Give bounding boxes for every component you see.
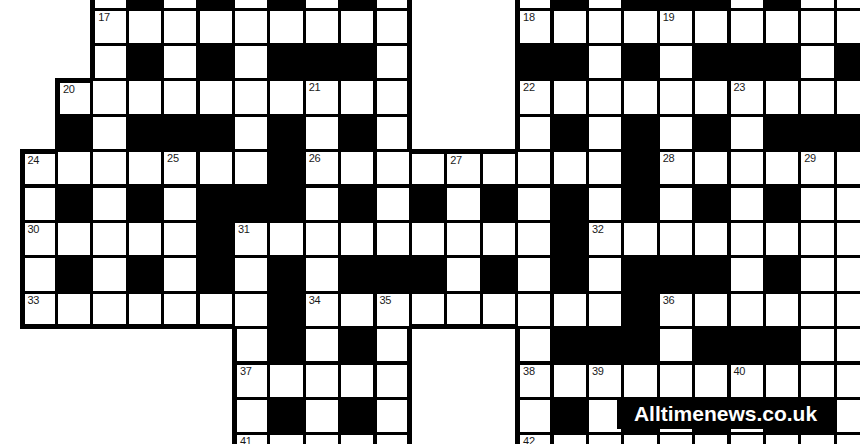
grid-cell[interactable]: [834, 432, 860, 444]
blocked-cell: [692, 326, 730, 364]
grid-cell[interactable]: [586, 8, 624, 46]
grid-cell[interactable]: [621, 78, 659, 116]
grid-cell[interactable]: [232, 78, 270, 116]
grid-cell[interactable]: 42: [515, 432, 553, 444]
grid-cell[interactable]: [232, 114, 270, 152]
blocked-cell: [126, 185, 164, 223]
grid-cell[interactable]: [374, 326, 412, 364]
blocked-cell: [197, 255, 235, 293]
grid-cell[interactable]: [303, 8, 341, 46]
grid-cell[interactable]: [90, 149, 128, 187]
grid-cell[interactable]: [374, 43, 412, 81]
blocked-cell: [763, 255, 801, 293]
grid-cell[interactable]: [161, 78, 199, 116]
grid-cell[interactable]: [338, 78, 376, 116]
blocked-cell: [303, 43, 341, 81]
grid-cell[interactable]: [161, 291, 199, 329]
grid-cell[interactable]: [338, 149, 376, 187]
grid-cell[interactable]: 33: [20, 291, 58, 329]
blocked-cell: [126, 43, 164, 81]
grid-cell[interactable]: [798, 432, 836, 444]
blocked-cell: [197, 43, 235, 81]
grid-cell[interactable]: [374, 432, 412, 444]
grid-cell[interactable]: [551, 432, 589, 444]
blocked-cell: [267, 291, 305, 329]
grid-cell[interactable]: 17: [90, 8, 128, 46]
blocked-cell: [586, 326, 624, 364]
grid-cell[interactable]: [763, 8, 801, 46]
grid-cell[interactable]: 40: [728, 362, 766, 400]
grid-cell[interactable]: [303, 362, 341, 400]
grid-cell[interactable]: [586, 114, 624, 152]
grid-cell[interactable]: [232, 397, 270, 435]
grid-cell[interactable]: [338, 8, 376, 46]
clue-number: 22: [523, 81, 535, 94]
grid-cell[interactable]: [480, 220, 518, 258]
grid-cell[interactable]: [90, 220, 128, 258]
grid-cell[interactable]: [621, 432, 659, 444]
clue-number: 26: [309, 152, 321, 165]
blocked-cell: [551, 326, 589, 364]
grid-cell[interactable]: [197, 8, 235, 46]
grid-cell[interactable]: [161, 8, 199, 46]
grid-cell[interactable]: [798, 326, 836, 364]
grid-cell[interactable]: [515, 114, 553, 152]
grid-cell[interactable]: [444, 185, 482, 223]
grid-cell[interactable]: [338, 432, 376, 444]
grid-cell[interactable]: [409, 220, 447, 258]
grid-cell[interactable]: [20, 255, 58, 293]
grid-cell[interactable]: [798, 362, 836, 400]
grid-cell[interactable]: [55, 149, 93, 187]
grid-cell[interactable]: [197, 78, 235, 116]
grid-cell[interactable]: [338, 362, 376, 400]
blocked-cell: [480, 255, 518, 293]
blocked-cell: [55, 185, 93, 223]
grid-cell[interactable]: [728, 291, 766, 329]
grid-cell[interactable]: [834, 326, 860, 364]
blocked-cell: [763, 326, 801, 364]
grid-cell[interactable]: [374, 8, 412, 46]
grid-cell[interactable]: [763, 291, 801, 329]
grid-cell[interactable]: [444, 291, 482, 329]
grid-cell[interactable]: [409, 291, 447, 329]
blocked-cell: [126, 114, 164, 152]
grid-cell[interactable]: [621, 220, 659, 258]
grid-cell[interactable]: 39: [586, 362, 624, 400]
grid-cell[interactable]: [232, 43, 270, 81]
grid-cell[interactable]: [20, 185, 58, 223]
clue-number: 21: [309, 81, 321, 94]
grid-cell[interactable]: [834, 397, 860, 435]
blocked-cell: [338, 397, 376, 435]
blocked-cell: [338, 326, 376, 364]
grid-cell[interactable]: 34: [303, 291, 341, 329]
blocked-cell: [551, 114, 589, 152]
grid-cell[interactable]: [55, 220, 93, 258]
clue-number: 27: [450, 154, 462, 167]
clue-number: 37: [240, 365, 252, 378]
blocked-cell: [692, 255, 730, 293]
clue-number: 33: [28, 294, 40, 307]
grid-cell[interactable]: [586, 149, 624, 187]
grid-cell[interactable]: [763, 362, 801, 400]
grid-cell[interactable]: [515, 185, 553, 223]
grid-cell[interactable]: [834, 220, 860, 258]
blocked-cell: [692, 43, 730, 81]
clue-number: 31: [238, 223, 250, 236]
grid-cell[interactable]: [763, 432, 801, 444]
grid-cell[interactable]: [834, 78, 860, 116]
grid-cell[interactable]: [444, 220, 482, 258]
grid-cell[interactable]: [798, 291, 836, 329]
grid-cell[interactable]: [303, 114, 341, 152]
blocked-cell: [267, 43, 305, 81]
blocked-cell: [374, 255, 412, 293]
blocked-cell: [728, 43, 766, 81]
grid-cell[interactable]: [763, 78, 801, 116]
grid-cell[interactable]: [232, 149, 270, 187]
grid-cell[interactable]: [834, 362, 860, 400]
blocked-cell: [551, 185, 589, 223]
clue-number: 36: [663, 294, 675, 307]
grid-cell[interactable]: [55, 291, 93, 329]
clue-number: 30: [28, 223, 40, 236]
grid-cell[interactable]: [90, 291, 128, 329]
grid-cell[interactable]: [692, 432, 730, 444]
grid-cell[interactable]: [267, 362, 305, 400]
grid-cell[interactable]: [90, 114, 128, 152]
grid-cell[interactable]: [551, 149, 589, 187]
grid-cell[interactable]: [338, 291, 376, 329]
clue-number: 41: [240, 435, 252, 444]
grid-cell[interactable]: [551, 78, 589, 116]
grid-cell[interactable]: [374, 78, 412, 116]
grid-cell[interactable]: [763, 149, 801, 187]
clue-number: 32: [592, 223, 604, 236]
blocked-cell: [834, 114, 860, 152]
grid-cell[interactable]: [728, 255, 766, 293]
grid-cell[interactable]: [657, 326, 695, 364]
clue-number: 25: [167, 152, 179, 165]
grid-cell[interactable]: [728, 220, 766, 258]
grid-cell[interactable]: 20: [55, 78, 93, 116]
clue-number: 40: [734, 365, 746, 378]
grid-cell[interactable]: [798, 185, 836, 223]
grid-cell[interactable]: 25: [161, 149, 199, 187]
grid-cell[interactable]: [515, 220, 553, 258]
grid-cell[interactable]: 35: [374, 291, 412, 329]
grid-cell[interactable]: [267, 220, 305, 258]
grid-cell[interactable]: 21: [303, 78, 341, 116]
clue-number: 29: [804, 152, 816, 165]
blocked-cell: [197, 114, 235, 152]
grid-cell[interactable]: [374, 114, 412, 152]
grid-cell[interactable]: [161, 185, 199, 223]
blocked-cell: [621, 149, 659, 187]
grid-cell[interactable]: [126, 291, 164, 329]
grid-cell[interactable]: 32: [586, 220, 624, 258]
grid-cell[interactable]: [303, 432, 341, 444]
grid-cell[interactable]: [586, 185, 624, 223]
grid-cell[interactable]: [161, 43, 199, 81]
blocked-cell: [551, 220, 589, 258]
blocked-cell: [161, 114, 199, 152]
grid-cell[interactable]: [303, 397, 341, 435]
blocked-cell: [267, 397, 305, 435]
clue-number: 23: [734, 81, 746, 94]
grid-cell[interactable]: [834, 8, 860, 46]
grid-cell[interactable]: [232, 291, 270, 329]
grid-cell[interactable]: [621, 362, 659, 400]
grid-cell[interactable]: [834, 255, 860, 293]
grid-cell[interactable]: [515, 326, 553, 364]
blocked-cell: [621, 291, 659, 329]
blocked-cell: [798, 114, 836, 152]
grid-cell[interactable]: 18: [515, 8, 553, 46]
grid-cell[interactable]: [551, 8, 589, 46]
grid-cell[interactable]: [232, 326, 270, 364]
grid-cell[interactable]: [798, 78, 836, 116]
grid-cell[interactable]: [267, 8, 305, 46]
grid-cell[interactable]: [515, 291, 553, 329]
blocked-cell: [267, 326, 305, 364]
grid-cell[interactable]: [303, 185, 341, 223]
grid-cell[interactable]: [232, 8, 270, 46]
grid-cell[interactable]: [692, 220, 730, 258]
grid-cell[interactable]: [657, 220, 695, 258]
grid-cell[interactable]: [374, 397, 412, 435]
grid-cell[interactable]: [90, 78, 128, 116]
grid-cell[interactable]: [586, 291, 624, 329]
blocked-cell: [267, 114, 305, 152]
blocked-cell: [197, 185, 235, 223]
grid-cell[interactable]: 41: [232, 432, 270, 444]
clue-number: 38: [523, 365, 535, 378]
blocked-cell: [763, 114, 801, 152]
blocked-cell: [409, 255, 447, 293]
blocked-cell: [551, 43, 589, 81]
grid-cell[interactable]: [692, 149, 730, 187]
grid-cell[interactable]: [126, 220, 164, 258]
grid-cell[interactable]: [657, 185, 695, 223]
grid-cell[interactable]: [90, 43, 128, 81]
grid-cell[interactable]: [515, 255, 553, 293]
grid-cell[interactable]: [728, 185, 766, 223]
grid-cell[interactable]: [303, 255, 341, 293]
grid-cell[interactable]: [303, 326, 341, 364]
blocked-cell: [621, 326, 659, 364]
blocked-cell: [267, 185, 305, 223]
grid-cell[interactable]: [728, 8, 766, 46]
grid-cell[interactable]: [444, 255, 482, 293]
grid-cell[interactable]: [409, 149, 447, 187]
blocked-cell: [692, 185, 730, 223]
blocked-cell: [338, 185, 376, 223]
blocked-cell: [267, 149, 305, 187]
blocked-cell: [267, 255, 305, 293]
blocked-cell: [763, 43, 801, 81]
grid-cell[interactable]: [657, 432, 695, 444]
grid-cell[interactable]: [586, 255, 624, 293]
grid-cell[interactable]: [232, 255, 270, 293]
grid-cell[interactable]: [692, 8, 730, 46]
grid-cell[interactable]: [657, 114, 695, 152]
grid-cell[interactable]: 38: [515, 362, 553, 400]
clue-number: 34: [309, 294, 321, 307]
grid-cell[interactable]: [551, 362, 589, 400]
grid-cell[interactable]: [834, 185, 860, 223]
blocked-cell: [126, 255, 164, 293]
grid-cell[interactable]: [126, 149, 164, 187]
clue-number: 24: [28, 154, 40, 167]
grid-cell[interactable]: [586, 43, 624, 81]
watermark: Alltimenews.co.uk: [617, 399, 834, 429]
grid-cell[interactable]: [798, 43, 836, 81]
clue-number: 42: [523, 435, 535, 444]
grid-cell[interactable]: [374, 149, 412, 187]
grid-cell[interactable]: 26: [303, 149, 341, 187]
grid-cell[interactable]: 29: [798, 149, 836, 187]
grid-cell[interactable]: [692, 291, 730, 329]
clue-number: 17: [98, 11, 110, 24]
blocked-cell: [621, 255, 659, 293]
grid-cell[interactable]: [126, 78, 164, 116]
grid-cell[interactable]: 31: [232, 220, 270, 258]
grid-cell[interactable]: [480, 291, 518, 329]
blocked-cell: [551, 397, 589, 435]
grid-cell[interactable]: [586, 78, 624, 116]
grid-cell[interactable]: [798, 8, 836, 46]
grid-cell[interactable]: 23: [728, 78, 766, 116]
grid-cell[interactable]: [374, 220, 412, 258]
grid-cell[interactable]: [267, 432, 305, 444]
blocked-cell: [232, 185, 270, 223]
grid-cell[interactable]: 30: [20, 220, 58, 258]
blocked-cell: [657, 255, 695, 293]
grid-cell[interactable]: [798, 255, 836, 293]
grid-cell[interactable]: 28: [657, 149, 695, 187]
blocked-cell: [763, 185, 801, 223]
blocked-cell: [55, 114, 93, 152]
blocked-cell: [409, 185, 447, 223]
blocked-cell: [338, 114, 376, 152]
grid-cell[interactable]: [798, 220, 836, 258]
grid-cell[interactable]: 36: [657, 291, 695, 329]
grid-cell[interactable]: [197, 291, 235, 329]
grid-cell[interactable]: [728, 114, 766, 152]
grid-cell[interactable]: [197, 149, 235, 187]
grid-cell[interactable]: [374, 185, 412, 223]
blocked-cell: [834, 43, 860, 81]
grid-cell[interactable]: [161, 255, 199, 293]
grid-cell[interactable]: [303, 220, 341, 258]
grid-cell[interactable]: 37: [232, 362, 270, 400]
clue-number: 18: [523, 11, 535, 24]
blocked-cell: [728, 326, 766, 364]
blocked-cell: [551, 255, 589, 293]
grid-cell[interactable]: [480, 149, 518, 187]
grid-cell[interactable]: [657, 78, 695, 116]
grid-cell[interactable]: [551, 291, 589, 329]
grid-cell[interactable]: [267, 78, 305, 116]
blocked-cell: [621, 185, 659, 223]
grid-cell[interactable]: [692, 78, 730, 116]
blocked-cell: [621, 114, 659, 152]
crossword-board: 1718192021222324252627282930313233343536…: [0, 0, 860, 444]
clue-number: 35: [380, 294, 392, 307]
clue-number: 39: [592, 365, 604, 378]
clue-number: 28: [663, 152, 675, 165]
clue-number: 19: [663, 11, 675, 24]
grid-cell[interactable]: [834, 291, 860, 329]
grid-cell[interactable]: [728, 149, 766, 187]
clue-number: 20: [63, 83, 75, 96]
grid-cell[interactable]: [834, 149, 860, 187]
grid-cell[interactable]: [126, 8, 164, 46]
blocked-cell: [338, 255, 376, 293]
grid-cell[interactable]: 27: [444, 149, 482, 187]
grid-cell[interactable]: [586, 432, 624, 444]
blocked-cell: [480, 185, 518, 223]
blocked-cell: [197, 220, 235, 258]
grid-cell[interactable]: [161, 220, 199, 258]
blocked-cell: [515, 43, 553, 81]
grid-cell[interactable]: [657, 43, 695, 81]
blocked-cell: [621, 43, 659, 81]
grid-cell[interactable]: 24: [20, 149, 58, 187]
grid-cell[interactable]: [515, 397, 553, 435]
grid-cell[interactable]: 22: [515, 78, 553, 116]
grid-cell[interactable]: [657, 362, 695, 400]
grid-cell[interactable]: [90, 185, 128, 223]
grid-cell[interactable]: [515, 149, 553, 187]
blocked-cell: [692, 114, 730, 152]
grid-cell[interactable]: [763, 220, 801, 258]
grid-cell[interactable]: [728, 432, 766, 444]
blocked-cell: [55, 255, 93, 293]
blocked-cell: [338, 43, 376, 81]
grid-cell[interactable]: [90, 255, 128, 293]
grid-cell[interactable]: [374, 362, 412, 400]
grid-cell[interactable]: [692, 362, 730, 400]
grid-cell[interactable]: [338, 220, 376, 258]
grid-cell[interactable]: [621, 8, 659, 46]
grid-cell[interactable]: 19: [657, 8, 695, 46]
